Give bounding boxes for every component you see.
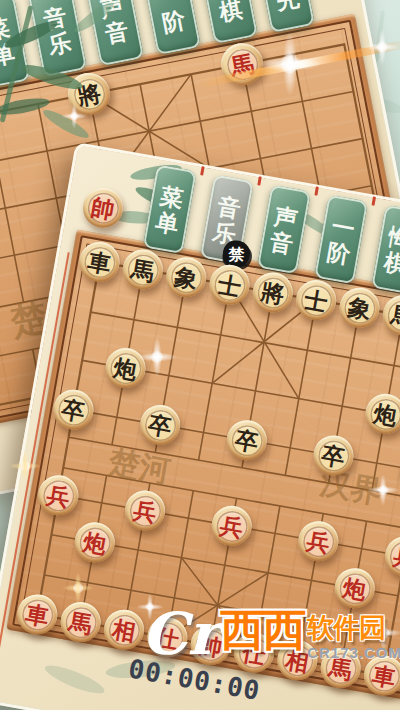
watermark-brand: 西西 — [220, 608, 304, 652]
game-screen: 楚河 菜单音乐声音一阶悔棋换先 將馬 — [0, 0, 400, 710]
sparkle — [367, 474, 399, 506]
sparkle — [137, 337, 177, 377]
sparkle — [258, 32, 322, 96]
watermark-url: CR173.COM — [307, 644, 400, 661]
site-watermark: Cr 西西 软件园 CR173.COM — [141, 608, 400, 661]
sparkle — [62, 572, 94, 604]
watermark-brand-2: 软件园 — [307, 614, 400, 641]
sparkle — [364, 29, 400, 65]
watermark-logo: Cr — [141, 608, 218, 660]
muted-badge: 禁 — [223, 241, 250, 268]
sparkle — [61, 103, 87, 129]
sparkle — [9, 450, 41, 482]
